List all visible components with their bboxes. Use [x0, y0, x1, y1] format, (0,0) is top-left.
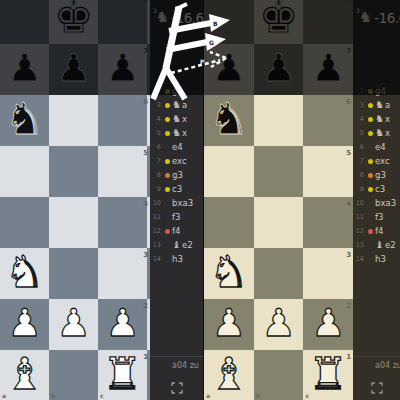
move-number: 11: [353, 210, 364, 224]
move-number: 13: [353, 238, 364, 252]
white-rook-c1[interactable]: ♜: [303, 352, 353, 396]
move-quality-dot: [368, 201, 373, 206]
move-san: f3: [172, 210, 180, 224]
move-number: 5: [353, 126, 364, 140]
move-row-5[interactable]: 5♞x: [150, 126, 204, 140]
move-number: 5: [150, 126, 161, 140]
white-pawn-a2[interactable]: ♟: [204, 304, 254, 342]
move-quality-dot: [165, 103, 170, 108]
move-row-6[interactable]: 6e4: [353, 140, 400, 154]
move-number: 6: [353, 140, 364, 154]
move-quality-dot: [165, 229, 170, 234]
knight-figurine-icon: ♞: [375, 112, 384, 126]
black-pawn-c7[interactable]: ♟: [98, 49, 147, 87]
move-row-4[interactable]: 4♞x: [353, 112, 400, 126]
evaluation-right: 3 ♞ -16.6: [356, 8, 400, 26]
white-pawn-c2[interactable]: ♟: [303, 304, 353, 342]
opening-name-label: a04 zu: [150, 356, 204, 370]
move-row-7[interactable]: 7exc: [150, 154, 204, 168]
white-bishop-a1[interactable]: ♝: [0, 352, 49, 396]
rank-label-8: 8: [346, 0, 351, 4]
move-quality-dot: [165, 159, 170, 164]
square-a4[interactable]: [0, 197, 49, 248]
knight-figurine-icon: ♞: [172, 112, 181, 126]
board-right-grid: 87654321abc♚♟♟♟♞♞♟♟♟♝♜: [204, 0, 353, 400]
square-c3[interactable]: [98, 248, 147, 299]
move-number: 8: [353, 168, 364, 182]
square-b3[interactable]: [254, 248, 304, 299]
move-number: 3: [150, 98, 161, 112]
move-row-8[interactable]: 8g3: [353, 168, 400, 182]
square-c4[interactable]: [98, 197, 147, 248]
knight-figurine-icon: ♞: [172, 126, 181, 140]
rank-label-6: 6: [143, 98, 148, 106]
rank-label-4: 4: [346, 200, 351, 208]
bishop-figurine-icon: ♝: [375, 238, 384, 252]
move-number: 9: [150, 182, 161, 196]
move-number: 4: [150, 112, 161, 126]
move-quality-dot: [165, 117, 170, 122]
board-left[interactable]: 87654321abc♚♟♟♟♞♞♟♟♟♝♜: [0, 0, 150, 400]
move-san: x: [182, 112, 187, 126]
move-san: bxa3: [375, 196, 396, 210]
move-quality-dot: [165, 89, 170, 94]
move-number: 6: [150, 140, 161, 154]
white-pawn-b2[interactable]: ♟: [49, 304, 98, 342]
move-row-10[interactable]: 10bxa3: [353, 196, 400, 210]
move-san: c3: [172, 182, 182, 196]
move-number: 14: [150, 252, 161, 266]
move-quality-dot: [165, 257, 170, 262]
file-label-b: b: [256, 392, 260, 399]
white-knight-a3[interactable]: ♞: [204, 250, 254, 294]
rank-label-8: 8: [143, 0, 148, 4]
move-quality-dot: [368, 215, 373, 220]
black-knight-a6[interactable]: ♞: [204, 97, 254, 141]
move-quality-dot: [368, 103, 373, 108]
bishop-figurine-icon: ♝: [172, 238, 181, 252]
rank-label-3: 3: [143, 251, 148, 259]
move-quality-dot: [368, 173, 373, 178]
move-san: f4: [375, 224, 383, 238]
knight-figurine-icon: ♞: [375, 98, 384, 112]
move-san: g4: [375, 84, 386, 98]
move-row-14[interactable]: 14h3: [150, 252, 204, 266]
move-quality-dot: [165, 131, 170, 136]
move-row-6[interactable]: 6e4: [150, 140, 204, 154]
rank-label-5: 5: [143, 149, 148, 157]
move-number: 14: [353, 252, 364, 266]
square-a8[interactable]: [0, 0, 49, 44]
move-row-9[interactable]: 9c3: [353, 182, 400, 196]
square-b1[interactable]: [49, 350, 98, 400]
move-quality-dot: [368, 187, 373, 192]
move-row-7[interactable]: 7exc: [353, 154, 400, 168]
move-san: x: [385, 112, 390, 126]
move-number: 8: [150, 168, 161, 182]
board-left-grid: 87654321abc♚♟♟♟♞♞♟♟♟♝♜: [0, 0, 150, 400]
square-b6[interactable]: [49, 95, 98, 146]
move-number: 4: [353, 112, 364, 126]
fullscreen-icon[interactable]: [371, 382, 383, 394]
move-san: h3: [172, 252, 183, 266]
move-san: g4: [172, 84, 183, 98]
move-number: 3: [353, 98, 364, 112]
move-quality-dot: [165, 173, 170, 178]
move-row-12[interactable]: 12f4: [150, 224, 204, 238]
square-b4[interactable]: [49, 197, 98, 248]
move-row-3[interactable]: 3♞a: [150, 98, 204, 112]
move-quality-dot: [165, 215, 170, 220]
move-san: e2: [385, 238, 396, 252]
move-san: exc: [375, 154, 390, 168]
white-pawn-a2[interactable]: ♟: [0, 304, 49, 342]
move-san: g3: [172, 168, 183, 182]
black-pawn-a7[interactable]: ♟: [204, 49, 254, 87]
knight-icon: ♞: [156, 8, 169, 26]
move-number: 7: [150, 154, 161, 168]
square-b5[interactable]: [254, 146, 304, 197]
screenshot-divider: [203, 0, 204, 400]
move-quality-dot: [368, 131, 373, 136]
move-number: 9: [353, 182, 364, 196]
move-row-8[interactable]: 8g3: [150, 168, 204, 182]
move-san: exc: [172, 154, 187, 168]
black-king-b8[interactable]: ♚: [254, 0, 304, 40]
move-number: 13: [150, 238, 161, 252]
move-san: e4: [172, 140, 183, 154]
move-san: e4: [375, 140, 386, 154]
square-b5[interactable]: [49, 146, 98, 197]
square-c5[interactable]: [98, 146, 147, 197]
evaluation-left: 3 ♞ -16.6: [153, 8, 204, 26]
move-quality-dot: [165, 243, 170, 248]
move-san: a: [182, 98, 187, 112]
move-number: 10: [353, 196, 364, 210]
square-c8[interactable]: [303, 0, 353, 44]
rank-label-6: 6: [346, 98, 351, 106]
white-pawn-b2[interactable]: ♟: [254, 304, 304, 342]
opening-name-label: a04 zu: [353, 356, 400, 370]
move-number: 2: [150, 84, 161, 98]
move-row-9[interactable]: 9c3: [150, 182, 204, 196]
white-knight-a3[interactable]: ♞: [0, 250, 49, 294]
move-row-11[interactable]: 11f3: [150, 210, 204, 224]
move-san: bxa3: [172, 196, 193, 210]
move-quality-dot: [368, 145, 373, 150]
move-quality-dot: [368, 243, 373, 248]
move-number: 11: [150, 210, 161, 224]
white-bishop-a1[interactable]: ♝: [204, 352, 254, 396]
move-panel-right: 3 ♞ -16.6 2g43♞a4♞x5♞x6e47exc8g39c310bxa…: [353, 0, 400, 400]
move-quality-dot: [368, 89, 373, 94]
knight-icon: ♞: [359, 8, 372, 26]
move-quality-dot: [368, 159, 373, 164]
move-row-5[interactable]: 5♞x: [353, 126, 400, 140]
square-b4[interactable]: [254, 197, 304, 248]
rank-label-3: 3: [346, 251, 351, 259]
move-number: 12: [150, 224, 161, 238]
move-row-11[interactable]: 11f3: [353, 210, 400, 224]
rank-label-4: 4: [143, 200, 148, 208]
rank-label-5: 5: [346, 149, 351, 157]
move-quality-dot: [165, 201, 170, 206]
move-san: g3: [375, 168, 386, 182]
square-c6[interactable]: [98, 95, 147, 146]
black-pawn-c7[interactable]: ♟: [303, 49, 353, 87]
square-b3[interactable]: [49, 248, 98, 299]
file-label-b: b: [51, 392, 55, 399]
move-quality-dot: [368, 117, 373, 122]
move-san: a: [385, 98, 390, 112]
move-number: 7: [353, 154, 364, 168]
board-right[interactable]: 87654321abc♚♟♟♟♞♞♟♟♟♝♜: [204, 0, 353, 400]
white-rook-c1[interactable]: ♜: [98, 352, 147, 396]
move-row-4[interactable]: 4♞x: [150, 112, 204, 126]
square-a4[interactable]: [204, 197, 254, 248]
black-king-b8[interactable]: ♚: [49, 0, 98, 40]
move-number: 12: [353, 224, 364, 238]
move-san: f4: [172, 224, 180, 238]
move-san: e2: [182, 238, 193, 252]
square-b6[interactable]: [254, 95, 304, 146]
move-san: c3: [375, 182, 385, 196]
move-san: x: [182, 126, 187, 140]
knight-figurine-icon: ♞: [375, 126, 384, 140]
move-row-2[interactable]: 2g4: [353, 84, 400, 98]
move-number: 2: [353, 84, 364, 98]
fullscreen-icon[interactable]: [171, 382, 183, 394]
move-quality-dot: [165, 187, 170, 192]
move-quality-dot: [165, 145, 170, 150]
square-c8[interactable]: [98, 0, 147, 44]
black-pawn-b7[interactable]: ♟: [49, 49, 98, 87]
knight-figurine-icon: ♞: [172, 98, 181, 112]
move-row-14[interactable]: 14h3: [353, 252, 400, 266]
app-stage: 87654321abc♚♟♟♟♞♞♟♟♟♝♜ 3 ♞ -16.6 2g43♞a4…: [0, 0, 400, 400]
move-row-12[interactable]: 12f4: [353, 224, 400, 238]
move-row-13[interactable]: 13♝e2: [150, 238, 204, 252]
black-pawn-b7[interactable]: ♟: [254, 49, 304, 87]
black-pawn-a7[interactable]: ♟: [0, 49, 49, 87]
move-row-2[interactable]: 2g4: [150, 84, 204, 98]
move-number: 10: [150, 196, 161, 210]
move-san: x: [385, 126, 390, 140]
move-row-3[interactable]: 3♞a: [353, 98, 400, 112]
square-a8[interactable]: [204, 0, 254, 44]
move-quality-dot: [368, 229, 373, 234]
move-row-13[interactable]: 13♝e2: [353, 238, 400, 252]
square-a5[interactable]: [0, 146, 49, 197]
evaluation-score: -16.6: [374, 10, 400, 26]
black-knight-a6[interactable]: ♞: [0, 97, 49, 141]
move-panel-left: 3 ♞ -16.6 2g43♞a4♞x5♞x6e47exc8g39c310bxa…: [150, 0, 204, 400]
square-a5[interactable]: [204, 146, 254, 197]
move-quality-dot: [368, 257, 373, 262]
evaluation-score: -16.6: [171, 10, 203, 26]
white-pawn-c2[interactable]: ♟: [98, 304, 147, 342]
move-san: f3: [375, 210, 383, 224]
move-row-10[interactable]: 10bxa3: [150, 196, 204, 210]
move-san: h3: [375, 252, 386, 266]
square-b1[interactable]: [254, 350, 304, 400]
